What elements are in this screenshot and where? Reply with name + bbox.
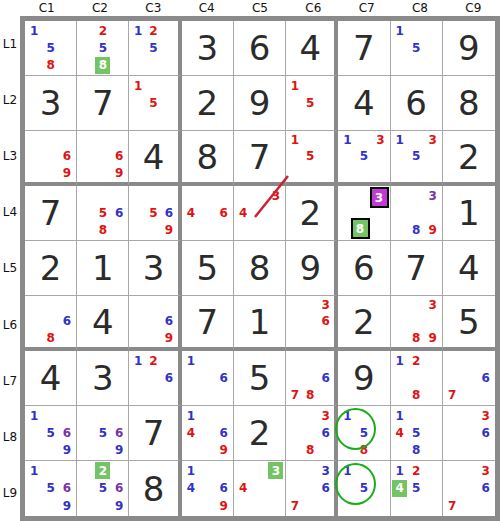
candidate-L4C8-9: 9 <box>424 222 440 239</box>
candidate-L1C3-2: 2 <box>146 22 161 39</box>
candidate-L4C5-3: 3 <box>268 187 284 204</box>
candidate-L3C7-5: 5 <box>356 148 372 164</box>
candidate-L9C8-5: 5 <box>408 480 424 498</box>
candidate-L7C4-6: 6 <box>215 369 231 386</box>
col-label-C3: C3 <box>127 0 180 16</box>
solved-digit-L3C5: 7 <box>234 131 285 182</box>
solved-digit-L4C6: 2 <box>286 186 334 240</box>
cell-L7C6[interactable]: 678 <box>286 351 338 406</box>
cell-L8C6[interactable]: 368 <box>286 406 338 461</box>
solved-digit-L2C1: 3 <box>25 76 76 130</box>
solved-digit-L7C2: 3 <box>77 351 128 405</box>
cell-L5C6[interactable]: 9 <box>286 241 338 296</box>
candidate-L8C1-1: 1 <box>26 407 42 424</box>
candidate-L8C7-5: 5 <box>356 424 372 441</box>
cell-L4C7[interactable]: 38 <box>338 186 390 241</box>
cell-L8C4[interactable]: 1469 <box>182 406 234 461</box>
cell-L6C5[interactable]: 1 <box>234 296 286 351</box>
candidate-L8C7-8: 8 <box>356 442 372 459</box>
candidate-L6C8-3: 3 <box>424 297 440 313</box>
cell-L6C9[interactable]: 5 <box>443 296 495 351</box>
cell-L9C8[interactable]: 1245 <box>391 461 443 516</box>
row-label-L8: L8 <box>0 409 20 465</box>
candidate-L9C6-3: 3 <box>318 462 333 480</box>
solved-digit-L6C2: 4 <box>77 296 128 347</box>
cell-L9C6[interactable]: 367 <box>286 461 338 516</box>
candidate-L7C4-1: 1 <box>183 352 199 369</box>
solved-digit-L7C7: 9 <box>338 351 389 405</box>
cell-L2C5[interactable]: 9 <box>234 76 286 131</box>
cell-L3C3[interactable]: 4 <box>129 131 181 186</box>
candidate-L1C2-8-highlight-green: 8 <box>95 57 111 74</box>
row-labels: L1L2L3L4L5L6L7L8L9 <box>0 16 20 521</box>
candidate-L1C8-5: 5 <box>408 39 424 56</box>
solved-digit-L1C4: 3 <box>182 21 233 75</box>
solved-digit-L2C7: 4 <box>338 76 389 130</box>
candidate-L6C1-6: 6 <box>59 313 75 329</box>
cell-L8C1[interactable]: 1569 <box>25 406 77 461</box>
row-label-L2: L2 <box>0 72 20 128</box>
cell-L2C2[interactable]: 7 <box>77 76 129 131</box>
cell-L7C8[interactable]: 128 <box>391 351 443 406</box>
candidate-L8C7-1: 1 <box>339 407 355 424</box>
cell-L4C5[interactable]: 34 <box>234 186 286 241</box>
candidate-L8C8-8: 8 <box>408 442 424 459</box>
cell-L3C1[interactable]: 69 <box>25 131 77 186</box>
solved-digit-L6C9: 5 <box>443 296 495 347</box>
cell-L8C3[interactable]: 7 <box>129 406 181 461</box>
candidate-L7C8-1: 1 <box>392 352 408 369</box>
cell-L3C2[interactable]: 69 <box>77 131 129 186</box>
cell-L5C4[interactable]: 5 <box>182 241 234 296</box>
cell-L1C1[interactable]: 158 <box>25 21 77 76</box>
candidate-L4C4-6: 6 <box>215 204 231 221</box>
candidate-L9C1-9: 9 <box>59 497 75 515</box>
cell-L9C5[interactable]: 34 <box>234 461 286 516</box>
candidate-L3C7-3: 3 <box>372 132 388 148</box>
cell-L7C3[interactable]: 126 <box>129 351 181 406</box>
column-labels: C1C2C3C4C5C6C7C8C9 <box>20 0 500 16</box>
sudoku-page: C1C2C3C4C5C6C7C8C9 L1L2L3L4L5L6L7L8L9 15… <box>0 0 500 521</box>
candidate-L9C1-1: 1 <box>26 462 42 480</box>
candidate-L8C9-6: 6 <box>477 424 494 441</box>
col-label-C9: C9 <box>447 0 500 16</box>
solved-digit-L5C8: 7 <box>391 241 442 295</box>
candidate-L4C7-8-highlight-green: 8 <box>351 218 370 239</box>
candidate-L6C3-9: 9 <box>161 330 176 346</box>
candidate-L9C9-7: 7 <box>444 497 461 515</box>
col-label-C2: C2 <box>73 0 126 16</box>
candidate-L9C4-6: 6 <box>215 480 231 498</box>
col-label-C8: C8 <box>393 0 446 16</box>
candidate-L8C1-9: 9 <box>59 442 75 459</box>
solved-digit-L1C6: 4 <box>286 21 334 75</box>
candidate-L7C9-6: 6 <box>477 369 494 386</box>
cell-L5C1[interactable]: 2 <box>25 241 77 296</box>
candidate-L7C9-7: 7 <box>444 387 461 404</box>
cell-L5C2[interactable]: 1 <box>77 241 129 296</box>
candidate-L9C6-6: 6 <box>318 480 333 498</box>
solved-digit-L8C3: 7 <box>129 406 177 460</box>
candidate-L8C1-6: 6 <box>59 424 75 441</box>
row-label-L1: L1 <box>0 16 20 72</box>
candidate-L4C2-5: 5 <box>95 204 111 221</box>
solved-digit-L2C4: 2 <box>182 76 233 130</box>
solved-digit-L5C4: 5 <box>182 241 233 295</box>
solved-digit-L5C1: 2 <box>25 241 76 295</box>
cell-L3C4[interactable]: 8 <box>182 131 234 186</box>
solved-digit-L5C2: 1 <box>77 241 128 295</box>
solved-digit-L2C8: 6 <box>391 76 442 130</box>
candidate-L9C2-2-highlight-green: 2 <box>95 462 111 480</box>
cell-L8C5[interactable]: 2 <box>234 406 286 461</box>
candidate-L6C6-6: 6 <box>318 313 333 329</box>
cell-L6C1[interactable]: 68 <box>25 296 77 351</box>
candidate-L7C6-6: 6 <box>318 369 333 386</box>
candidate-L1C1-5: 5 <box>42 39 58 56</box>
candidate-L9C8-2: 2 <box>408 462 424 480</box>
candidate-L8C9-3: 3 <box>477 407 494 424</box>
candidate-L9C5-3-highlight-green: 3 <box>268 462 284 480</box>
candidate-L3C7-1: 1 <box>339 132 355 148</box>
cell-L8C9[interactable]: 36 <box>443 406 495 461</box>
candidate-L9C5-4: 4 <box>235 480 251 498</box>
cell-L6C7[interactable]: 2 <box>338 296 390 351</box>
cell-L3C8[interactable]: 135 <box>391 131 443 186</box>
candidate-L1C1-1: 1 <box>26 22 42 39</box>
cell-L2C9[interactable]: 8 <box>443 76 495 131</box>
cell-L4C8[interactable]: 389 <box>391 186 443 241</box>
solved-digit-L2C9: 8 <box>443 76 495 130</box>
solved-digit-L5C5: 8 <box>234 241 285 295</box>
solved-digit-L9C3: 8 <box>129 461 177 516</box>
cell-L6C8[interactable]: 389 <box>391 296 443 351</box>
cell-L5C3[interactable]: 3 <box>129 241 181 296</box>
candidate-L4C3-9: 9 <box>161 222 176 239</box>
cell-L8C7[interactable]: 158 <box>338 406 390 461</box>
candidate-L3C6-1: 1 <box>287 132 302 148</box>
cell-L9C2[interactable]: 2569 <box>77 461 129 516</box>
sudoku-board: 1582581253647159371529154686969487151351… <box>20 16 500 521</box>
cell-L1C8[interactable]: 15 <box>391 21 443 76</box>
cell-L5C8[interactable]: 7 <box>391 241 443 296</box>
row-label-L7: L7 <box>0 353 20 409</box>
solved-digit-L5C6: 9 <box>286 241 334 295</box>
candidate-L9C7-5: 5 <box>356 480 372 498</box>
cell-L8C2[interactable]: 569 <box>77 406 129 461</box>
solved-digit-L2C2: 7 <box>77 76 128 130</box>
candidate-L2C6-5: 5 <box>303 94 318 111</box>
row-label-L4: L4 <box>0 184 20 240</box>
candidate-L7C3-6: 6 <box>161 369 176 386</box>
candidate-L4C3-6: 6 <box>161 204 176 221</box>
cell-L2C8[interactable]: 6 <box>391 76 443 131</box>
cell-L4C3[interactable]: 569 <box>129 186 181 241</box>
solved-digit-L4C9: 1 <box>443 186 495 240</box>
candidate-L3C8-3: 3 <box>424 132 440 148</box>
candidate-L2C3-5: 5 <box>146 94 161 111</box>
cell-L6C3[interactable]: 69 <box>129 296 181 351</box>
candidate-L4C8-3: 3 <box>424 187 440 204</box>
candidate-L9C9-3: 3 <box>477 462 494 480</box>
candidate-L8C6-3: 3 <box>318 407 333 424</box>
cell-L4C1[interactable]: 7 <box>25 186 77 241</box>
candidate-L7C8-8: 8 <box>408 387 424 404</box>
cell-L7C5[interactable]: 5 <box>234 351 286 406</box>
row-label-L5: L5 <box>0 240 20 296</box>
candidate-L4C2-6: 6 <box>111 204 127 221</box>
cell-L2C7[interactable]: 4 <box>338 76 390 131</box>
cell-L1C4[interactable]: 3 <box>182 21 234 76</box>
candidate-L8C2-9: 9 <box>111 442 127 459</box>
row-label-L6: L6 <box>0 297 20 353</box>
candidate-L8C2-5: 5 <box>95 424 111 441</box>
candidate-L9C8-1: 1 <box>392 462 408 480</box>
candidate-L2C6-1: 1 <box>287 77 302 94</box>
cell-L9C4[interactable]: 1469 <box>182 461 234 516</box>
candidate-L3C8-5: 5 <box>408 148 424 164</box>
candidate-L8C2-6: 6 <box>111 424 127 441</box>
candidate-L9C2-5: 5 <box>95 480 111 498</box>
cell-L5C5[interactable]: 8 <box>234 241 286 296</box>
candidate-L4C7-3-highlight-purple: 3 <box>370 187 389 208</box>
cell-L8C8[interactable]: 1458 <box>391 406 443 461</box>
candidate-L3C6-5: 5 <box>303 148 318 164</box>
candidate-L6C3-6: 6 <box>161 313 176 329</box>
candidate-L8C4-6: 6 <box>215 424 231 441</box>
solved-digit-L1C5: 6 <box>234 21 285 75</box>
cell-L2C4[interactable]: 2 <box>182 76 234 131</box>
candidate-L4C8-8: 8 <box>408 222 424 239</box>
candidate-L1C8-1: 1 <box>392 22 408 39</box>
candidate-L8C4-1: 1 <box>183 407 199 424</box>
cell-L1C7[interactable]: 7 <box>338 21 390 76</box>
cell-L6C2[interactable]: 4 <box>77 296 129 351</box>
row-label-L9: L9 <box>0 465 20 521</box>
cell-L4C9[interactable]: 1 <box>443 186 495 241</box>
candidate-L8C1-5: 5 <box>42 424 58 441</box>
candidate-L1C3-5: 5 <box>146 39 161 56</box>
cell-L7C7[interactable]: 9 <box>338 351 390 406</box>
candidate-L9C1-5: 5 <box>42 480 58 498</box>
candidate-L4C3-5: 5 <box>146 204 161 221</box>
solved-digit-L4C1: 7 <box>25 186 76 240</box>
cell-L7C1[interactable]: 4 <box>25 351 77 406</box>
solved-digit-L6C4: 7 <box>182 296 233 347</box>
candidate-L9C2-9: 9 <box>111 497 127 515</box>
candidate-L9C2-6: 6 <box>111 480 127 498</box>
solved-digit-L7C1: 4 <box>25 351 76 405</box>
candidate-L7C3-2: 2 <box>146 352 161 369</box>
candidate-L9C4-4: 4 <box>183 480 199 498</box>
candidate-L3C1-6: 6 <box>59 148 75 164</box>
cell-L7C4[interactable]: 16 <box>182 351 234 406</box>
candidate-L9C9-6: 6 <box>477 480 494 498</box>
cell-L4C4[interactable]: 46 <box>182 186 234 241</box>
candidate-L8C8-4: 4 <box>392 424 408 441</box>
cell-L9C7[interactable]: 15 <box>338 461 390 516</box>
col-label-C5: C5 <box>233 0 286 16</box>
candidate-L6C8-8: 8 <box>408 330 424 346</box>
solved-digit-L3C3: 4 <box>129 131 177 182</box>
candidate-L3C2-9: 9 <box>111 165 127 181</box>
col-label-C6: C6 <box>287 0 340 16</box>
cell-L6C4[interactable]: 7 <box>182 296 234 351</box>
candidate-L1C2-5: 5 <box>95 39 111 56</box>
candidate-L1C3-1: 1 <box>130 22 145 39</box>
cell-L1C6[interactable]: 4 <box>286 21 338 76</box>
candidate-L6C6-3: 3 <box>318 297 333 313</box>
candidate-L9C7-1: 1 <box>339 462 355 480</box>
solved-digit-L3C4: 8 <box>182 131 233 182</box>
cell-L6C6[interactable]: 36 <box>286 296 338 351</box>
candidate-L3C8-1: 1 <box>392 132 408 148</box>
solved-digit-L1C7: 7 <box>338 21 389 75</box>
candidate-L3C2-6: 6 <box>111 148 127 164</box>
candidate-L3C1-9: 9 <box>59 165 75 181</box>
cell-L1C3[interactable]: 125 <box>129 21 181 76</box>
cell-L3C6[interactable]: 15 <box>286 131 338 186</box>
solved-digit-L6C5: 1 <box>234 296 285 347</box>
candidate-L9C4-1: 1 <box>183 462 199 480</box>
cell-L1C5[interactable]: 6 <box>234 21 286 76</box>
cell-L5C7[interactable]: 6 <box>338 241 390 296</box>
cell-L1C9[interactable]: 9 <box>443 21 495 76</box>
cell-L4C6[interactable]: 2 <box>286 186 338 241</box>
candidate-L8C8-1: 1 <box>392 407 408 424</box>
solved-digit-L5C7: 6 <box>338 241 389 295</box>
cell-L9C9[interactable]: 367 <box>443 461 495 516</box>
candidate-L1C2-2: 2 <box>95 22 111 39</box>
candidate-L8C4-4: 4 <box>183 424 199 441</box>
solved-digit-L8C5: 2 <box>234 406 285 460</box>
candidate-L6C8-9: 9 <box>424 330 440 346</box>
candidate-L9C8-4-highlight-green: 4 <box>392 480 408 498</box>
cell-L4C2[interactable]: 568 <box>77 186 129 241</box>
cell-L7C2[interactable]: 3 <box>77 351 129 406</box>
candidate-L7C8-2: 2 <box>408 352 424 369</box>
candidate-L8C6-6: 6 <box>318 424 333 441</box>
cell-L3C5[interactable]: 7 <box>234 131 286 186</box>
solved-digit-L3C9: 2 <box>443 131 495 182</box>
candidate-L2C3-1: 1 <box>130 77 145 94</box>
candidate-L7C3-1: 1 <box>130 352 145 369</box>
candidate-L8C8-5: 5 <box>408 424 424 441</box>
cell-L5C9[interactable]: 4 <box>443 241 495 296</box>
candidate-L4C2-8: 8 <box>95 222 111 239</box>
col-label-C7: C7 <box>340 0 393 16</box>
candidate-L9C4-9: 9 <box>215 497 231 515</box>
candidate-L6C1-8: 8 <box>42 330 58 346</box>
solved-digit-L5C3: 3 <box>129 241 177 295</box>
cell-L2C6[interactable]: 15 <box>286 76 338 131</box>
solved-digit-L1C9: 9 <box>443 21 495 75</box>
candidate-L9C6-7: 7 <box>287 497 302 515</box>
candidate-L8C6-8: 8 <box>303 442 318 459</box>
candidate-L8C4-9: 9 <box>215 442 231 459</box>
candidate-L1C1-8: 8 <box>42 57 58 74</box>
cell-L3C9[interactable]: 2 <box>443 131 495 186</box>
cell-L2C3[interactable]: 15 <box>129 76 181 131</box>
cell-L1C2[interactable]: 258 <box>77 21 129 76</box>
cell-L3C7[interactable]: 135 <box>338 131 390 186</box>
candidate-L4C4-4: 4 <box>183 204 199 221</box>
solved-digit-L2C5: 9 <box>234 76 285 130</box>
cell-L9C1[interactable]: 1569 <box>25 461 77 516</box>
candidate-L7C6-8: 8 <box>303 387 318 404</box>
cell-L7C9[interactable]: 67 <box>443 351 495 406</box>
candidate-L7C6-7: 7 <box>287 387 302 404</box>
row-label-L3: L3 <box>0 128 20 184</box>
solved-digit-L5C9: 4 <box>443 241 495 295</box>
candidate-L4C5-4: 4 <box>235 204 251 221</box>
cell-L9C3[interactable]: 8 <box>129 461 181 516</box>
solved-digit-L6C7: 2 <box>338 296 389 347</box>
candidate-L9C1-6: 6 <box>59 480 75 498</box>
col-label-C1: C1 <box>20 0 73 16</box>
col-label-C4: C4 <box>180 0 233 16</box>
solved-digit-L7C5: 5 <box>234 351 285 405</box>
cell-L2C1[interactable]: 3 <box>25 76 77 131</box>
